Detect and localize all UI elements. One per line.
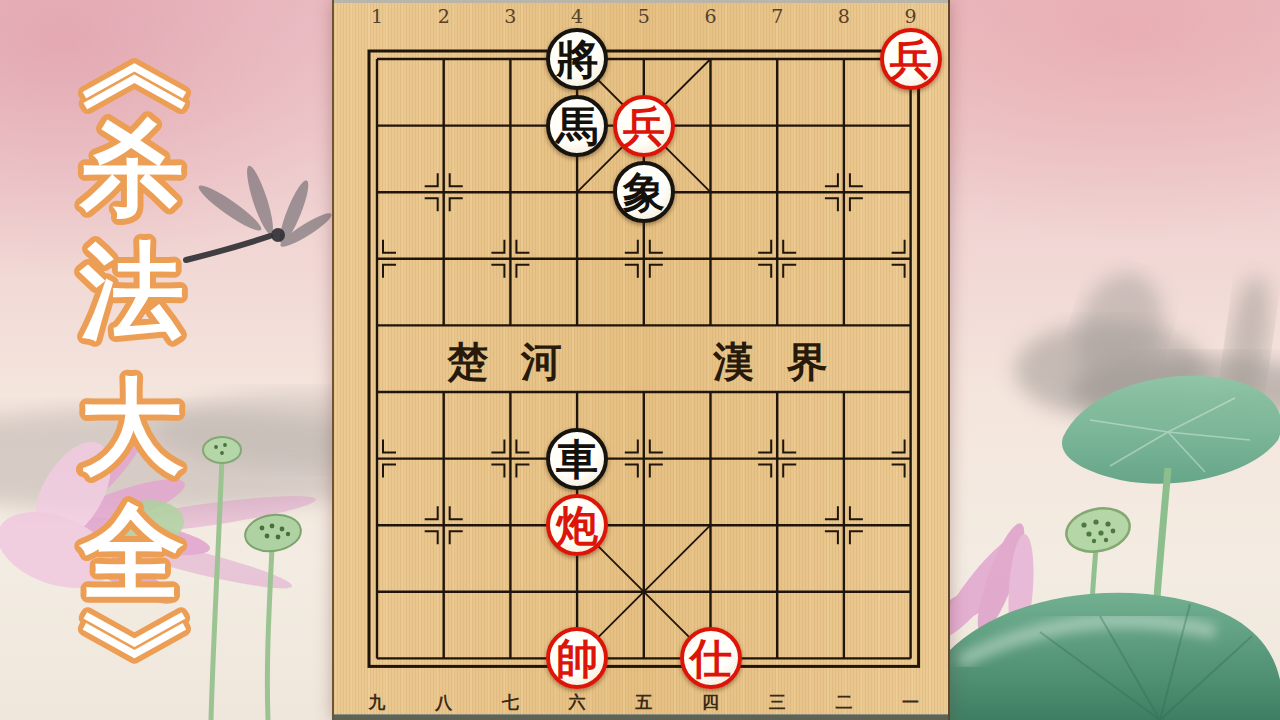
file-label-bottom-8: 二 [827,694,861,711]
file-label-top-7: 7 [760,7,794,26]
piece-black-chariot[interactable]: 車 [546,428,608,490]
banner-char: 杀 [78,106,184,229]
piece-glyph: 象 [623,172,665,214]
file-label-bottom-9: 一 [894,694,928,711]
piece-glyph: 炮 [556,505,598,547]
file-label-bottom-5: 五 [627,694,661,711]
file-label-bottom-6: 四 [694,694,728,711]
xiangqi-board[interactable]: 123456789九八七六五四三二一 楚 河 漢 界 將兵馬兵象車炮帥仕 [332,0,950,720]
river-text-han-jie: 漢 界 [670,335,880,390]
file-label-top-3: 3 [493,7,527,26]
banner-char: 法 [79,229,184,352]
file-label-bottom-2: 八 [427,694,461,711]
banner-char-open-quote: 《 [69,3,198,113]
river-text-chu-he: 楚 河 [404,335,614,390]
file-label-bottom-7: 三 [760,694,794,711]
file-label-bottom-3: 七 [493,694,527,711]
piece-glyph: 仕 [690,638,732,680]
file-label-top-8: 8 [827,7,861,26]
banner-char-close-quote: 》 [69,608,198,718]
piece-black-elephant[interactable]: 象 [613,161,675,223]
banner-char: 大 [80,365,184,488]
file-label-top-9: 9 [894,7,928,26]
title-banner: 《 杀 法 大 全 》 [0,0,270,720]
piece-red-advisor[interactable]: 仕 [680,627,742,689]
piece-glyph: 兵 [623,106,665,148]
piece-black-general[interactable]: 將 [546,28,608,90]
file-label-top-6: 6 [694,7,728,26]
piece-red-soldier[interactable]: 兵 [613,95,675,157]
file-label-top-1: 1 [360,7,394,26]
file-label-bottom-4: 六 [560,694,594,711]
piece-red-cannon[interactable]: 炮 [546,494,608,556]
piece-red-soldier[interactable]: 兵 [880,28,942,90]
piece-glyph: 將 [556,39,598,81]
piece-glyph: 兵 [890,39,932,81]
file-label-top-4: 4 [560,7,594,26]
file-label-top-5: 5 [627,7,661,26]
file-label-bottom-1: 九 [360,694,394,711]
piece-glyph: 帥 [556,638,598,680]
piece-glyph: 車 [556,439,598,481]
piece-black-horse[interactable]: 馬 [546,95,608,157]
piece-glyph: 馬 [556,106,598,148]
banner-char: 全 [78,490,184,613]
file-label-top-2: 2 [427,7,461,26]
